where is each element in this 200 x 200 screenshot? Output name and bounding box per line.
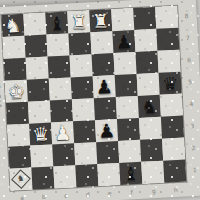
square-c5[interactable] <box>49 77 72 100</box>
square-d6[interactable] <box>70 54 93 77</box>
square-a3[interactable] <box>7 124 30 147</box>
square-c2[interactable] <box>52 143 75 166</box>
file-label-f: f <box>121 186 144 198</box>
square-c1[interactable] <box>53 165 76 188</box>
rank-label-7: 7 <box>179 27 196 50</box>
rank-label-8: 8 <box>178 5 195 28</box>
file-label-h: h <box>164 183 187 195</box>
square-f8[interactable] <box>111 8 134 31</box>
square-d8[interactable]: ♜ <box>67 10 90 33</box>
square-g6[interactable] <box>135 51 158 74</box>
file-label-b: b <box>33 190 56 200</box>
white-rook[interactable]: ♜ <box>89 9 112 32</box>
square-d1[interactable] <box>75 164 98 187</box>
square-e7[interactable] <box>90 31 113 54</box>
square-d4[interactable] <box>72 98 95 121</box>
square-e8[interactable]: ♜ <box>89 9 112 32</box>
file-label-d: d <box>77 188 100 200</box>
square-f5[interactable] <box>115 74 138 97</box>
white-rook[interactable]: ♜ <box>67 10 90 33</box>
file-label-e: e <box>99 187 122 199</box>
square-c7[interactable] <box>46 33 69 56</box>
square-f2[interactable] <box>118 140 141 163</box>
square-g1[interactable] <box>141 161 164 184</box>
rank-label-1: 1 <box>186 159 200 182</box>
square-g4[interactable]: ♞ <box>138 95 161 118</box>
file-label-a: a <box>11 192 34 200</box>
square-e6[interactable] <box>92 53 115 76</box>
square-b1[interactable] <box>31 166 54 189</box>
square-a6[interactable] <box>4 58 27 81</box>
white-knight[interactable]: ♞ <box>1 14 24 37</box>
square-h3[interactable] <box>161 116 184 139</box>
square-b5[interactable] <box>27 79 50 102</box>
black-queen[interactable]: ♛ <box>159 72 182 95</box>
square-b8[interactable] <box>23 13 46 36</box>
square-f7[interactable]: ♟ <box>112 30 135 53</box>
square-f1[interactable]: ♝ <box>119 162 142 185</box>
square-e4[interactable] <box>94 97 117 120</box>
square-b7[interactable] <box>24 35 47 58</box>
white-pawn[interactable]: ♟ <box>51 121 74 144</box>
square-a7[interactable] <box>2 36 25 59</box>
square-g8[interactable] <box>133 7 156 30</box>
file-label-g: g <box>142 185 165 197</box>
square-c8[interactable]: ♝ <box>45 11 68 34</box>
square-e5[interactable]: ♟ <box>93 75 116 98</box>
square-d3[interactable] <box>73 120 96 143</box>
square-b2[interactable] <box>30 144 53 167</box>
square-f4[interactable] <box>116 96 139 119</box>
black-pawn[interactable]: ♟ <box>93 75 116 98</box>
square-b3[interactable]: ♛ <box>29 122 52 145</box>
black-bishop[interactable]: ♝ <box>45 11 68 34</box>
square-d2[interactable] <box>74 142 97 165</box>
square-h5[interactable]: ♛ <box>159 72 182 95</box>
square-g7[interactable] <box>134 29 157 52</box>
rank-label-3: 3 <box>184 115 200 138</box>
square-a2[interactable] <box>8 146 31 169</box>
square-f6[interactable] <box>113 52 136 75</box>
square-a1[interactable]: ♞ <box>9 168 32 191</box>
square-c4[interactable] <box>50 99 73 122</box>
rank-label-5: 5 <box>182 71 199 94</box>
square-h2[interactable] <box>162 138 185 161</box>
black-knight[interactable]: ♞ <box>138 95 161 118</box>
square-a4[interactable] <box>6 102 29 125</box>
black-pawn[interactable]: ♟ <box>95 119 118 142</box>
photo-background: STD CHESS ♞♝♜♜♟♚♟♛♞♛♟♟♞♝ abcdefgh 876543… <box>0 0 200 200</box>
square-g3[interactable] <box>139 117 162 140</box>
square-c6[interactable] <box>48 55 71 78</box>
white-king[interactable]: ♚ <box>5 80 28 103</box>
file-label-c: c <box>55 189 78 200</box>
square-h7[interactable] <box>156 28 179 51</box>
black-bishop[interactable]: ♝ <box>119 162 142 185</box>
square-b4[interactable] <box>28 101 51 124</box>
square-d5[interactable] <box>71 76 94 99</box>
square-h8[interactable] <box>155 6 178 29</box>
logo-knight-icon: ♞ <box>17 175 25 183</box>
square-d7[interactable] <box>68 32 91 55</box>
black-pawn[interactable]: ♟ <box>112 30 135 53</box>
white-queen[interactable]: ♛ <box>29 122 52 145</box>
square-a8[interactable]: ♞ <box>1 14 24 37</box>
rank-label-6: 6 <box>180 49 197 72</box>
square-f3[interactable] <box>117 118 140 141</box>
square-e2[interactable] <box>96 141 119 164</box>
board-brand-text: STD CHESS <box>0 63 2 108</box>
board-grid: ♞♝♜♜♟♚♟♛♞♛♟♟♞♝ <box>1 6 186 191</box>
square-e3[interactable]: ♟ <box>95 119 118 142</box>
square-a5[interactable]: ♚ <box>5 80 28 103</box>
square-h1[interactable] <box>163 160 186 183</box>
square-h4[interactable] <box>160 94 183 117</box>
square-e1[interactable] <box>97 163 120 186</box>
rank-label-4: 4 <box>183 93 200 116</box>
chess-board: STD CHESS ♞♝♜♜♟♚♟♛♞♛♟♟♞♝ abcdefgh 876543… <box>0 0 200 200</box>
square-c3[interactable]: ♟ <box>51 121 74 144</box>
rank-label-2: 2 <box>185 137 200 160</box>
square-b6[interactable] <box>26 57 49 80</box>
square-h6[interactable] <box>157 50 180 73</box>
square-g2[interactable] <box>140 139 163 162</box>
square-g5[interactable] <box>137 73 160 96</box>
board-corner-logo: ♞ <box>11 169 31 189</box>
